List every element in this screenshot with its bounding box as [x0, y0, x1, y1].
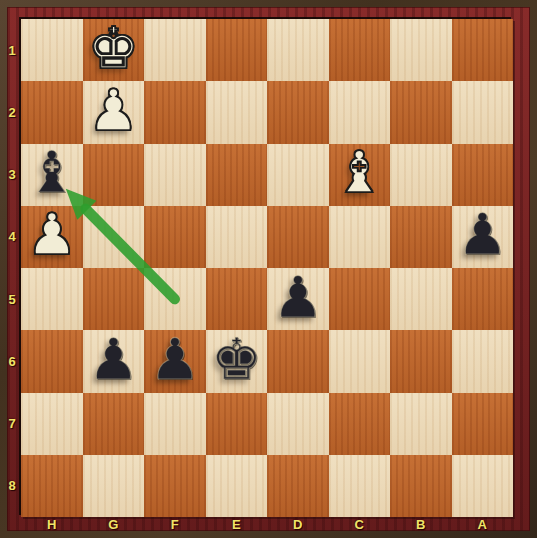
rank-label-1: 1 — [8, 43, 15, 58]
file-label-h: H — [47, 517, 56, 532]
square-f6[interactable]: ♟ — [144, 330, 206, 392]
piece-black-pawn[interactable]: ♟ — [272, 269, 323, 326]
square-a3[interactable] — [452, 144, 514, 206]
square-c6[interactable] — [329, 330, 391, 392]
square-h4[interactable]: ♟ — [21, 206, 83, 268]
piece-white-pawn[interactable]: ♟ — [88, 82, 139, 139]
square-c7[interactable] — [329, 393, 391, 455]
piece-white-pawn[interactable]: ♟ — [26, 206, 77, 263]
piece-black-pawn[interactable]: ♟ — [457, 206, 508, 263]
square-d2[interactable] — [267, 81, 329, 143]
file-label-d: D — [293, 517, 302, 532]
square-a4[interactable]: ♟ — [452, 206, 514, 268]
square-g3[interactable] — [83, 144, 145, 206]
square-h2[interactable] — [21, 81, 83, 143]
rank-label-4: 4 — [8, 229, 15, 244]
square-b7[interactable] — [390, 393, 452, 455]
square-e3[interactable] — [206, 144, 268, 206]
file-label-f: F — [171, 517, 179, 532]
square-h6[interactable] — [21, 330, 83, 392]
file-label-a: A — [478, 517, 487, 532]
square-e4[interactable] — [206, 206, 268, 268]
square-f4[interactable] — [144, 206, 206, 268]
file-label-g: G — [108, 517, 118, 532]
file-labels: HGFEDCBA — [21, 517, 513, 532]
square-e1[interactable] — [206, 19, 268, 81]
square-e2[interactable] — [206, 81, 268, 143]
square-c8[interactable] — [329, 455, 391, 517]
square-f2[interactable] — [144, 81, 206, 143]
rank-label-8: 8 — [8, 478, 15, 493]
square-d3[interactable] — [267, 144, 329, 206]
rank-label-2: 2 — [8, 105, 15, 120]
square-d1[interactable] — [267, 19, 329, 81]
square-h5[interactable] — [21, 268, 83, 330]
square-a1[interactable] — [452, 19, 514, 81]
square-b8[interactable] — [390, 455, 452, 517]
piece-black-pawn[interactable]: ♟ — [149, 331, 200, 388]
square-c1[interactable] — [329, 19, 391, 81]
square-e8[interactable] — [206, 455, 268, 517]
square-b2[interactable] — [390, 81, 452, 143]
square-b1[interactable] — [390, 19, 452, 81]
rank-label-6: 6 — [8, 354, 15, 369]
square-e6[interactable]: ♚ — [206, 330, 268, 392]
rank-labels: 12345678 — [4, 19, 20, 517]
square-f3[interactable] — [144, 144, 206, 206]
square-c2[interactable] — [329, 81, 391, 143]
square-a7[interactable] — [452, 393, 514, 455]
square-g4[interactable] — [83, 206, 145, 268]
square-g1[interactable]: ♚ — [83, 19, 145, 81]
square-d5[interactable]: ♟ — [267, 268, 329, 330]
chess-board-window: ♚♟♝♝♟♟♟♟♟♚ 12345678 HGFEDCBA — [0, 0, 537, 538]
square-f5[interactable] — [144, 268, 206, 330]
piece-black-king[interactable]: ♚ — [211, 331, 262, 388]
square-d8[interactable] — [267, 455, 329, 517]
board-squares: ♚♟♝♝♟♟♟♟♟♚ — [21, 19, 513, 517]
square-g7[interactable] — [83, 393, 145, 455]
square-e5[interactable] — [206, 268, 268, 330]
file-label-b: B — [416, 517, 425, 532]
rank-label-7: 7 — [8, 416, 15, 431]
square-g2[interactable]: ♟ — [83, 81, 145, 143]
square-b5[interactable] — [390, 268, 452, 330]
square-c3[interactable]: ♝ — [329, 144, 391, 206]
square-f1[interactable] — [144, 19, 206, 81]
file-label-e: E — [232, 517, 241, 532]
square-h7[interactable] — [21, 393, 83, 455]
piece-black-pawn[interactable]: ♟ — [88, 331, 139, 388]
square-f8[interactable] — [144, 455, 206, 517]
piece-black-bishop[interactable]: ♝ — [26, 144, 77, 201]
piece-white-king[interactable]: ♚ — [88, 20, 139, 77]
square-c4[interactable] — [329, 206, 391, 268]
square-f7[interactable] — [144, 393, 206, 455]
square-c5[interactable] — [329, 268, 391, 330]
file-label-c: C — [355, 517, 364, 532]
square-d7[interactable] — [267, 393, 329, 455]
square-h1[interactable] — [21, 19, 83, 81]
square-g6[interactable]: ♟ — [83, 330, 145, 392]
square-d6[interactable] — [267, 330, 329, 392]
square-h3[interactable]: ♝ — [21, 144, 83, 206]
square-g8[interactable] — [83, 455, 145, 517]
square-b4[interactable] — [390, 206, 452, 268]
rank-label-5: 5 — [8, 292, 15, 307]
square-e7[interactable] — [206, 393, 268, 455]
square-g5[interactable] — [83, 268, 145, 330]
square-a8[interactable] — [452, 455, 514, 517]
square-h8[interactable] — [21, 455, 83, 517]
rank-label-3: 3 — [8, 167, 15, 182]
square-b3[interactable] — [390, 144, 452, 206]
square-d4[interactable] — [267, 206, 329, 268]
piece-white-bishop[interactable]: ♝ — [334, 144, 385, 201]
square-a6[interactable] — [452, 330, 514, 392]
square-a2[interactable] — [452, 81, 514, 143]
square-b6[interactable] — [390, 330, 452, 392]
square-a5[interactable] — [452, 268, 514, 330]
